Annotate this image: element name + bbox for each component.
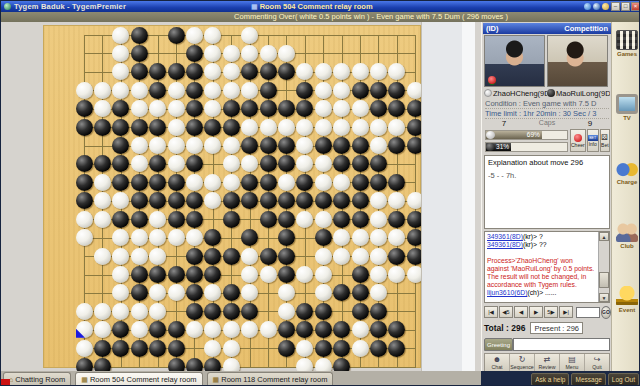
white-stone (388, 229, 405, 246)
side-toolbar: GamesTVChargeClubEvent (611, 22, 640, 373)
white-stone (223, 82, 240, 99)
black-stone (241, 192, 258, 209)
move-navigation: |◀◀5◀▶5▶▶| GO (484, 305, 610, 319)
black-stone (260, 82, 277, 99)
explanation-note: -5 - - 7h. (488, 171, 606, 180)
chat-message: (kr)> ? (523, 233, 543, 240)
black-stone (370, 303, 387, 320)
black-stone (315, 303, 332, 320)
chat-line: Process>'ZhaoHCheng' won against 'MaoRui… (487, 257, 596, 273)
cheer-icon (574, 134, 582, 142)
black-stone (168, 266, 185, 283)
black-stone (112, 321, 129, 338)
board-icon: ▦ (213, 374, 220, 386)
black-stone (168, 63, 185, 80)
white-stone (223, 63, 240, 80)
black-stone (204, 266, 221, 283)
room-caption-text: Room 504 Comment relay room (260, 2, 373, 11)
black-stone (296, 303, 313, 320)
back-5-button[interactable]: ◀5 (499, 306, 513, 318)
white-stone (131, 155, 148, 172)
black-stone (131, 119, 148, 136)
condition-line: Condition : Even game with 7.5 D (485, 99, 609, 109)
black-stone (278, 266, 295, 283)
player-names-row: ZhaoHCheng(9D) MaoRuiLong(9D) (484, 88, 610, 98)
black-stone (333, 211, 350, 228)
black-support-gauge: 31% (485, 142, 568, 152)
white-stone (315, 63, 332, 80)
white-stone (94, 248, 111, 265)
sequence-button[interactable]: ↻Sequence (510, 354, 535, 372)
white-stone (333, 100, 350, 117)
last-move-button[interactable]: ▶| (559, 306, 573, 318)
white-stone (241, 266, 258, 283)
white-stone (278, 119, 295, 136)
black-stone (168, 192, 185, 209)
chat-line: 349361(8D)(kr)> ? (487, 233, 596, 241)
chat-label: Chat (492, 364, 503, 370)
black-stone (94, 155, 111, 172)
black-stone (370, 155, 387, 172)
black-stone (333, 155, 350, 172)
white-stone (204, 284, 221, 301)
black-stone (76, 155, 93, 172)
white-stone (131, 321, 148, 338)
black-stone (186, 63, 203, 80)
chat-message: (ch)> ...... (527, 289, 556, 296)
black-stone (149, 192, 166, 209)
white-stone (352, 248, 369, 265)
white-stone (204, 63, 221, 80)
white-player-name[interactable]: ZhaoHCheng(9D) (493, 89, 547, 98)
chat-line: The result will not be changed, in accor… (487, 273, 596, 289)
white-stone (241, 45, 258, 62)
white-stone (149, 248, 166, 265)
event-icon (616, 286, 638, 306)
white-stone (370, 211, 387, 228)
black-stone (149, 63, 166, 80)
white-stone (168, 229, 185, 246)
tv-label: TV (614, 115, 640, 121)
tab-room-118[interactable]: ▦Room 118 Comment relay room (207, 372, 334, 386)
white-stone (149, 100, 166, 117)
white-stone (278, 45, 295, 62)
black-stone (260, 211, 277, 228)
white-stone (388, 192, 405, 209)
black-stone (333, 284, 350, 301)
toolbar-tv-button[interactable]: TV (614, 94, 640, 121)
white-stone (223, 155, 240, 172)
globe-icon[interactable] (584, 3, 591, 10)
tygem-window: Tygem Baduk - TygemPremier ▦ Room 504 Co… (0, 0, 640, 386)
black-stone (186, 119, 203, 136)
ask-a-help-button[interactable]: Ask a help (531, 373, 569, 386)
chat-icon: ☻ (485, 355, 509, 364)
white-stone (333, 229, 350, 246)
black-stone (352, 266, 369, 283)
white-stone (315, 284, 332, 301)
chat-line: lijun3610(6D)(ch)> ...... (487, 289, 596, 297)
black-stone (388, 82, 405, 99)
black-stone (296, 82, 313, 99)
black-stone (76, 174, 93, 191)
charge-label: Charge (614, 179, 640, 185)
club-label: Club (614, 243, 640, 249)
greeting-row: Greeting (484, 337, 610, 351)
white-stone (296, 119, 313, 136)
white-stone (131, 137, 148, 154)
white-stone (260, 45, 277, 62)
black-stone (223, 211, 240, 228)
go-button[interactable]: GO (601, 306, 611, 319)
white-stone (76, 82, 93, 99)
message-button[interactable]: Message (571, 373, 605, 386)
black-stone (186, 100, 203, 117)
black-stone (333, 321, 350, 338)
black-stone (223, 119, 240, 136)
white-stone (370, 284, 387, 301)
white-stone (260, 266, 277, 283)
white-stone (149, 137, 166, 154)
taskbar-corner (1, 379, 10, 386)
black-stone (131, 45, 148, 62)
log-out-button[interactable]: Log Out (608, 373, 639, 386)
black-stone (370, 321, 387, 338)
black-stone (278, 137, 295, 154)
tab-label: Chatting Room (15, 374, 65, 386)
go-board[interactable] (43, 25, 421, 368)
toolbar-event-button[interactable]: Event (614, 286, 640, 313)
black-stone (388, 248, 405, 265)
white-stone (168, 284, 185, 301)
forward-button[interactable]: ▶ (529, 306, 543, 318)
white-stone (131, 82, 148, 99)
white-stone (333, 119, 350, 136)
black-stone (112, 119, 129, 136)
forward-5-button[interactable]: 5▶ (544, 306, 558, 318)
black-stone (241, 303, 258, 320)
white-stone (186, 27, 203, 44)
black-stone (241, 100, 258, 117)
charge-icon (616, 158, 638, 178)
white-stone (223, 137, 240, 154)
panel-header-id: (ID) (486, 23, 499, 34)
quit-icon: ↪ (585, 355, 609, 364)
black-stone (186, 284, 203, 301)
white-stone (370, 192, 387, 209)
white-stone (168, 119, 185, 136)
white-stone (315, 266, 332, 283)
bet-button[interactable]: ⚄Bet (600, 129, 610, 152)
black-stone (131, 174, 148, 191)
panel-header-competition: Competition (564, 23, 608, 34)
board-icon: ▦ (251, 3, 258, 11)
black-stone (112, 100, 129, 117)
white-stone (94, 100, 111, 117)
black-stone (388, 137, 405, 154)
black-stone (333, 192, 350, 209)
black-stone (204, 248, 221, 265)
black-stone (260, 155, 277, 172)
black-stone (168, 27, 185, 44)
black-stone (149, 174, 166, 191)
search-icon[interactable] (593, 3, 600, 10)
white-captures: 7 (485, 119, 523, 128)
white-stone-icon (484, 89, 492, 97)
chat-scrollbar[interactable]: ▲ ▼ (598, 232, 609, 302)
tab-chatting-room[interactable]: ⌂Chatting Room (3, 372, 71, 386)
white-stone (186, 137, 203, 154)
white-stone (352, 100, 369, 117)
chat-lines: 349361(8D)(kr)> ?349361(8D)(kr)> ??Proce… (487, 233, 596, 297)
white-stone (94, 82, 111, 99)
black-stone (370, 340, 387, 357)
bet-label: Bet (601, 142, 609, 148)
info-label: Info (588, 141, 596, 147)
white-stone (388, 119, 405, 136)
black-stone (352, 303, 369, 320)
white-stone (131, 248, 148, 265)
white-stone (388, 63, 405, 80)
explanation-box: Explanation about move 296 -5 - - 7h. (484, 155, 610, 229)
white-stone (76, 211, 93, 228)
white-stone (260, 321, 277, 338)
white-stone (149, 303, 166, 320)
black-stone (223, 284, 240, 301)
black-stone (186, 248, 203, 265)
toolbar-games-button[interactable]: Games (614, 30, 640, 57)
white-stone (315, 174, 332, 191)
black-stone (352, 137, 369, 154)
black-stone (260, 248, 277, 265)
white-stone (168, 100, 185, 117)
white-stone (168, 82, 185, 99)
white-stone (204, 45, 221, 62)
white-stone (112, 284, 129, 301)
chat-button[interactable]: ☻Chat (485, 354, 510, 372)
black-stone (388, 211, 405, 228)
white-stone (112, 266, 129, 283)
white-stone (94, 321, 111, 338)
move-count-row: Total : 296 Present : 296 (484, 321, 610, 334)
black-stone (333, 137, 350, 154)
title-bar: Tygem Baduk - TygemPremier ▦ Room 504 Co… (1, 1, 640, 12)
black-player-photo (547, 35, 608, 87)
chat-system-text: The result will not be changed, in accor… (487, 273, 586, 288)
black-stone (370, 174, 387, 191)
black-stone (241, 137, 258, 154)
black-stone (352, 155, 369, 172)
chat-username[interactable]: lijun3610(6D) (487, 289, 527, 296)
black-gauge-knob (486, 143, 495, 151)
chat-username[interactable]: 349361(8D) (487, 241, 523, 248)
black-stone (112, 340, 129, 357)
greeting-input[interactable] (513, 338, 610, 351)
black-stone (296, 100, 313, 117)
toolbar-club-button[interactable]: Club (614, 222, 640, 249)
minimize-button[interactable]: – (611, 2, 620, 11)
black-stone (186, 303, 203, 320)
black-stone (131, 284, 148, 301)
scroll-up-icon[interactable]: ▲ (599, 232, 609, 241)
white-stone (370, 266, 387, 283)
white-support-gauge: 69% (485, 130, 568, 140)
white-stone (333, 248, 350, 265)
white-stone (76, 229, 93, 246)
white-stone (296, 155, 313, 172)
key-icon[interactable] (602, 3, 609, 10)
chat-username[interactable]: 349361(8D) (487, 233, 523, 240)
black-stone (278, 63, 295, 80)
black-stone (260, 100, 277, 117)
games-icon (616, 30, 638, 50)
black-stone (223, 192, 240, 209)
app-icon (4, 3, 11, 10)
scroll-down-icon[interactable]: ▼ (599, 293, 609, 302)
black-stone (186, 82, 203, 99)
rose-icon (488, 76, 496, 84)
black-player-name[interactable]: MaoRuiLong(9D) (556, 89, 610, 98)
scrollbar-thumb[interactable] (599, 272, 609, 288)
black-stone (352, 192, 369, 209)
white-stone (241, 119, 258, 136)
black-stone (186, 45, 203, 62)
black-stone (388, 100, 405, 117)
white-stone (296, 266, 313, 283)
white-stone (333, 63, 350, 80)
white-stone (241, 82, 258, 99)
white-stone (131, 303, 148, 320)
white-stone (204, 174, 221, 191)
quit-button[interactable]: ↪Quit (585, 354, 609, 372)
event-label: Event (614, 307, 640, 313)
titlebar-room-caption: ▦ Room 504 Comment relay room (251, 2, 373, 11)
toolbar-charge-button[interactable]: Charge (614, 158, 640, 185)
black-stone (76, 119, 93, 136)
black-stone (260, 192, 277, 209)
black-stone (168, 211, 185, 228)
white-stone (131, 229, 148, 246)
black-stone (315, 192, 332, 209)
present-move: Present : 296 (530, 322, 583, 334)
white-stone (223, 340, 240, 357)
white-stone (112, 27, 129, 44)
info-button[interactable]: BETInfo (587, 129, 599, 152)
white-stone (186, 174, 203, 191)
menu-icon: ▤ (560, 355, 584, 364)
tab-label: Room 118 Comment relay room (221, 374, 327, 386)
black-stone (204, 119, 221, 136)
white-player-photo (484, 35, 545, 87)
white-stone (186, 321, 203, 338)
white-stone (112, 248, 129, 265)
white-stone (149, 211, 166, 228)
white-stone (241, 27, 258, 44)
white-stone (204, 321, 221, 338)
titlebar-sys-icons (584, 3, 609, 10)
black-stone (278, 192, 295, 209)
black-stone (112, 211, 129, 228)
black-stone (168, 340, 185, 357)
black-stone (296, 174, 313, 191)
back-button[interactable]: ◀ (514, 306, 528, 318)
black-stone (94, 119, 111, 136)
white-stone (370, 137, 387, 154)
total-moves: Total : 296 (484, 323, 525, 333)
chat-box[interactable]: 349361(8D)(kr)> ?349361(8D)(kr)> ??Proce… (484, 231, 610, 303)
black-stone (352, 284, 369, 301)
sequence-icon: ↻ (510, 355, 534, 364)
black-stone (168, 321, 185, 338)
white-stone (241, 321, 258, 338)
black-stone (131, 63, 148, 80)
white-stone (296, 137, 313, 154)
white-stone (352, 340, 369, 357)
white-stone (278, 174, 295, 191)
white-stone (241, 248, 258, 265)
black-stone (278, 248, 295, 265)
white-stone (278, 284, 295, 301)
black-stone (388, 321, 405, 338)
black-stone (296, 192, 313, 209)
review-button[interactable]: ⇄Review (535, 354, 560, 372)
white-stone (204, 340, 221, 357)
white-stone (223, 45, 240, 62)
black-stone (149, 119, 166, 136)
move-number-input[interactable] (576, 307, 600, 318)
black-stone (315, 340, 332, 357)
black-stone (241, 63, 258, 80)
white-stone (204, 27, 221, 44)
white-stone (352, 119, 369, 136)
black-stone (315, 229, 332, 246)
black-captures: 9 (571, 119, 609, 128)
close-button[interactable]: × (631, 2, 640, 11)
black-stone (278, 211, 295, 228)
tab-room-504[interactable]: ▦Room 504 Comment relay room (75, 372, 202, 386)
white-stone (168, 155, 185, 172)
white-stone (112, 229, 129, 246)
review-label: Review (538, 364, 555, 370)
white-stone (315, 82, 332, 99)
white-stone (352, 63, 369, 80)
white-stone (370, 119, 387, 136)
chat-message: (kr)> ?? (523, 241, 547, 248)
footer-bar: Ask a helpMessageLog Out (481, 371, 640, 386)
tv-icon (616, 94, 638, 114)
white-stone (94, 303, 111, 320)
black-stone (149, 82, 166, 99)
menu-button[interactable]: ▤Menu (560, 354, 585, 372)
status-line: Commenting Over( white 0.5 points win ) … (1, 12, 640, 22)
maximize-button[interactable]: □ (621, 2, 630, 11)
white-stone (76, 303, 93, 320)
first-move-button[interactable]: |◀ (484, 306, 498, 318)
window-title: Tygem Baduk - TygemPremier (14, 2, 126, 11)
chat-line: 349361(8D)(kr)> ?? (487, 241, 596, 249)
black-stone (260, 137, 277, 154)
cheer-button[interactable]: Cheer (570, 129, 586, 152)
white-stone (112, 45, 129, 62)
black-stone (149, 340, 166, 357)
black-stone (76, 100, 93, 117)
white-stone (112, 192, 129, 209)
window-controls: –□× (611, 2, 640, 11)
white-stone (352, 229, 369, 246)
greeting-label[interactable]: Greeting (484, 338, 513, 351)
black-stone (388, 174, 405, 191)
white-gauge-knob (486, 131, 495, 139)
